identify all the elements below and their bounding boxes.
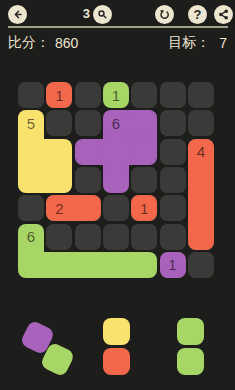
next-piece-2-green-square[interactable] [177, 348, 204, 375]
piece-2-yellow-cell[interactable] [46, 139, 72, 165]
share-button[interactable] [214, 5, 233, 24]
score-group: 比分： 860 [8, 34, 78, 52]
piece-7-green-cell[interactable] [18, 224, 44, 250]
undo-icon [158, 8, 171, 21]
piece-4-red-cell[interactable] [188, 224, 214, 250]
piece-7-green-cell[interactable] [103, 252, 129, 278]
piece-4-red-cell[interactable] [188, 139, 214, 165]
piece-2-yellow-cell[interactable] [18, 167, 44, 193]
board-cell-r4c5 [160, 195, 186, 221]
piece-7-green-cell[interactable] [46, 252, 72, 278]
board-cell-r1c6 [188, 110, 214, 136]
magnifier-icon [96, 8, 109, 21]
board-cell-r1c5 [160, 110, 186, 136]
next-piece-1-red-square[interactable] [103, 348, 130, 375]
next-piece-1-yellow-square[interactable] [103, 318, 130, 345]
score-label: 比分： [8, 34, 50, 52]
share-icon [217, 8, 230, 21]
piece-3-purple-cell[interactable] [103, 139, 129, 165]
top-bar: 3 ? [0, 0, 235, 28]
board-cell-r5c5 [160, 224, 186, 250]
magnifier-counter: 3 [74, 6, 90, 22]
board-cell-r0c2 [75, 82, 101, 108]
board-cell-r5c1 [46, 224, 72, 250]
score-value: 860 [55, 35, 78, 51]
board-cell-r5c2 [75, 224, 101, 250]
next-piece-2-green-square[interactable] [177, 318, 204, 345]
piece-3-purple-cell[interactable] [131, 110, 157, 136]
board-cell-r5c3 [103, 224, 129, 250]
question-mark-icon: ? [194, 8, 202, 21]
back-arrow-icon [11, 8, 24, 21]
board-cell-r1c2 [75, 110, 101, 136]
board-cell-r4c3 [103, 195, 129, 221]
board-cell-r6c6 [188, 252, 214, 278]
help-button[interactable]: ? [188, 5, 207, 24]
piece-3-purple-cell[interactable] [103, 110, 129, 136]
board-cell-r0c5 [160, 82, 186, 108]
piece-7-green-cell[interactable] [131, 252, 157, 278]
board-cell-r2c5 [160, 139, 186, 165]
undo-button[interactable] [155, 5, 174, 24]
board-cell-r0c6 [188, 82, 214, 108]
piece-7-green-cell[interactable] [75, 252, 101, 278]
board-cell-r1c1 [46, 110, 72, 136]
magnifier-button[interactable] [93, 5, 112, 24]
board-cell-r0c0 [18, 82, 44, 108]
back-button[interactable] [8, 5, 27, 24]
piece-5-red-cell[interactable] [75, 195, 101, 221]
piece-7-green-cell[interactable] [18, 252, 44, 278]
piece-3-purple-cell[interactable] [103, 167, 129, 193]
piece-2-yellow-cell[interactable] [18, 139, 44, 165]
piece-4-red-cell[interactable] [188, 167, 214, 193]
piece-5-red-cell[interactable] [46, 195, 72, 221]
board-cell-r0c4 [131, 82, 157, 108]
board-cell-r3c2 [75, 167, 101, 193]
goal-label: 目标： [168, 34, 210, 52]
board-cell-r3c4 [131, 167, 157, 193]
game-screen: 3 ? 比分： 860 目标： 7 11 [0, 0, 235, 390]
goal-group: 目标： 7 [168, 34, 227, 52]
score-row: 比分： 860 目标： 7 [8, 33, 227, 53]
piece-2-yellow-cell[interactable] [18, 110, 44, 136]
board-cell-r5c4 [131, 224, 157, 250]
piece-2-yellow-cell[interactable] [46, 167, 72, 193]
board-cell-r3c5 [160, 167, 186, 193]
piece-3-purple-cell[interactable] [131, 139, 157, 165]
next-pieces-tray [0, 300, 235, 390]
piece-6-red-cell[interactable] [131, 195, 157, 221]
piece-3-purple-cell[interactable] [75, 139, 101, 165]
piece-0-red-cell[interactable] [46, 82, 72, 108]
board[interactable]: 115642161 [18, 82, 215, 279]
goal-value: 7 [219, 35, 227, 51]
piece-1-green-cell[interactable] [103, 82, 129, 108]
topbar-divider [8, 26, 228, 28]
board-cell-r4c0 [18, 195, 44, 221]
piece-4-red-cell[interactable] [188, 195, 214, 221]
piece-8-purple-cell[interactable] [160, 252, 186, 278]
